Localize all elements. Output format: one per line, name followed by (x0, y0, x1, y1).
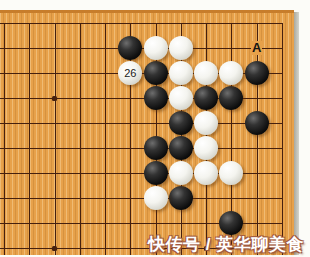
white-stone (169, 86, 193, 110)
white-stone (169, 161, 193, 185)
black-stone (169, 136, 193, 160)
white-stone (194, 161, 218, 185)
star-point (52, 96, 57, 101)
black-stone (169, 186, 193, 210)
white-stone (144, 186, 168, 210)
point-label[interactable]: A (251, 41, 262, 55)
black-stone (118, 36, 142, 60)
black-stone (144, 161, 168, 185)
white-stone (194, 61, 218, 85)
go-board[interactable]: 26A (0, 10, 294, 255)
screenshot-stage: 26A 快传号 / 英华聊美食 (0, 0, 310, 257)
board-edge-shadow (294, 12, 299, 255)
white-stone (219, 161, 243, 185)
move-number-label: 26 (124, 68, 136, 79)
black-stone (245, 111, 269, 135)
white-stone (219, 61, 243, 85)
white-stone (194, 136, 218, 160)
black-stone (144, 61, 168, 85)
black-stone (194, 86, 218, 110)
black-stone (219, 211, 243, 235)
white-stone (169, 36, 193, 60)
black-stone (169, 111, 193, 135)
watermark-text: 快传号 / 英华聊美食 (148, 233, 304, 256)
black-stone (144, 136, 168, 160)
white-stone (194, 111, 218, 135)
star-point (52, 246, 57, 251)
white-stone: 26 (118, 61, 142, 85)
black-stone (245, 61, 269, 85)
black-stone (219, 86, 243, 110)
board-intersections: 26A (0, 11, 295, 257)
black-stone (144, 86, 168, 110)
white-stone (169, 61, 193, 85)
white-stone (144, 36, 168, 60)
